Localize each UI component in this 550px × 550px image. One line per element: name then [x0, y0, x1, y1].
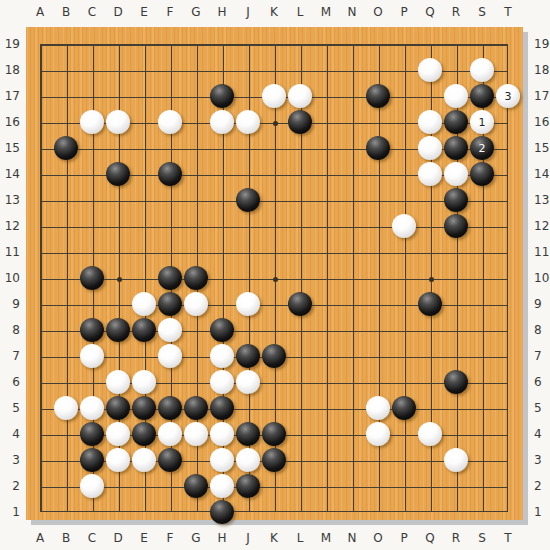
stone-black-R16 — [444, 110, 468, 134]
stone-white-J3 — [236, 448, 260, 472]
row-label-12: 12 — [532, 213, 550, 239]
stone-white-J16 — [236, 110, 260, 134]
stone-black-J13 — [236, 188, 260, 212]
row-label-8: 8 — [0, 317, 24, 343]
row-label-12: 12 — [0, 213, 24, 239]
stone-white-T17: 3 — [496, 84, 520, 108]
move-number-label-3: 3 — [505, 91, 512, 102]
stone-black-F5 — [158, 396, 182, 420]
column-label-J: J — [235, 530, 261, 546]
stone-black-R12 — [444, 214, 468, 238]
column-label-E: E — [131, 530, 157, 546]
stone-white-D16 — [106, 110, 130, 134]
row-label-15: 15 — [0, 135, 24, 161]
column-label-R: R — [443, 530, 469, 546]
row-label-16: 16 — [0, 109, 24, 135]
stone-white-S18 — [470, 58, 494, 82]
stone-black-D14 — [106, 162, 130, 186]
row-label-7: 7 — [0, 343, 24, 369]
row-label-18: 18 — [0, 57, 24, 83]
column-label-N: N — [339, 530, 365, 546]
stone-white-J6 — [236, 370, 260, 394]
column-label-L: L — [287, 530, 313, 546]
stone-white-L17 — [288, 84, 312, 108]
stone-white-Q4 — [418, 422, 442, 446]
stone-white-Q18 — [418, 58, 442, 82]
row-label-9: 9 — [532, 291, 550, 317]
column-label-J: J — [235, 4, 261, 20]
star-point-D10 — [117, 277, 122, 282]
stone-black-S15: 2 — [470, 136, 494, 160]
stone-white-F7 — [158, 344, 182, 368]
row-label-6: 6 — [0, 369, 24, 395]
go-diagram: ABCDEFGHJKLMNOPQRST 19181716151413121110… — [0, 0, 550, 550]
stone-white-J9 — [236, 292, 260, 316]
stone-white-H3 — [210, 448, 234, 472]
column-label-D: D — [105, 530, 131, 546]
stone-white-H16 — [210, 110, 234, 134]
row-label-11: 11 — [0, 239, 24, 265]
stone-white-Q14 — [418, 162, 442, 186]
column-label-B: B — [53, 530, 79, 546]
stone-black-S17 — [470, 84, 494, 108]
stone-black-R15 — [444, 136, 468, 160]
row-label-2: 2 — [532, 473, 550, 499]
move-number-label-2: 2 — [479, 143, 486, 154]
stone-white-D3 — [106, 448, 130, 472]
column-label-S: S — [469, 4, 495, 20]
row-label-3: 3 — [532, 447, 550, 473]
column-label-M: M — [313, 530, 339, 546]
stone-black-Q9 — [418, 292, 442, 316]
stone-white-S16: 1 — [470, 110, 494, 134]
stone-black-G5 — [184, 396, 208, 420]
stone-black-J2 — [236, 474, 260, 498]
stone-white-D4 — [106, 422, 130, 446]
row-label-14: 14 — [532, 161, 550, 187]
row-label-15: 15 — [532, 135, 550, 161]
column-label-G: G — [183, 4, 209, 20]
stone-black-F10 — [158, 266, 182, 290]
stone-white-F4 — [158, 422, 182, 446]
stone-black-C4 — [80, 422, 104, 446]
row-label-16: 16 — [532, 109, 550, 135]
stone-black-L9 — [288, 292, 312, 316]
row-label-18: 18 — [532, 57, 550, 83]
column-label-F: F — [157, 530, 183, 546]
column-label-C: C — [79, 4, 105, 20]
stone-white-O5 — [366, 396, 390, 420]
row-label-17: 17 — [532, 83, 550, 109]
stone-black-D5 — [106, 396, 130, 420]
row-label-5: 5 — [0, 395, 24, 421]
row-label-1: 1 — [532, 499, 550, 525]
stone-black-R6 — [444, 370, 468, 394]
column-label-C: C — [79, 530, 105, 546]
column-label-F: F — [157, 4, 183, 20]
column-label-H: H — [209, 530, 235, 546]
column-label-K: K — [261, 530, 287, 546]
board-grid[interactable]: 312 — [27, 31, 521, 525]
column-label-L: L — [287, 4, 313, 20]
column-label-A: A — [27, 530, 53, 546]
row-label-10: 10 — [532, 265, 550, 291]
row-label-19: 19 — [532, 31, 550, 57]
stone-black-S14 — [470, 162, 494, 186]
stone-black-C3 — [80, 448, 104, 472]
row-label-9: 9 — [0, 291, 24, 317]
column-label-B: B — [53, 4, 79, 20]
stone-white-Q16 — [418, 110, 442, 134]
move-number-label-1: 1 — [479, 117, 486, 128]
row-label-13: 13 — [532, 187, 550, 213]
stone-white-E9 — [132, 292, 156, 316]
stone-white-G9 — [184, 292, 208, 316]
column-label-T: T — [495, 530, 521, 546]
stone-black-O17 — [366, 84, 390, 108]
stone-white-Q15 — [418, 136, 442, 160]
row-label-4: 4 — [532, 421, 550, 447]
star-point-Q10 — [429, 277, 434, 282]
stone-black-H17 — [210, 84, 234, 108]
row-label-19: 19 — [0, 31, 24, 57]
stone-black-E8 — [132, 318, 156, 342]
stone-white-F16 — [158, 110, 182, 134]
stone-black-H1 — [210, 500, 234, 524]
stone-black-F3 — [158, 448, 182, 472]
star-point-K10 — [273, 277, 278, 282]
column-label-G: G — [183, 530, 209, 546]
column-label-T: T — [495, 4, 521, 20]
column-label-O: O — [365, 4, 391, 20]
stone-white-R14 — [444, 162, 468, 186]
column-label-E: E — [131, 4, 157, 20]
stone-black-K7 — [262, 344, 286, 368]
stone-white-H4 — [210, 422, 234, 446]
row-label-5: 5 — [532, 395, 550, 421]
stone-white-C2 — [80, 474, 104, 498]
stone-white-B5 — [54, 396, 78, 420]
stone-black-J7 — [236, 344, 260, 368]
row-label-13: 13 — [0, 187, 24, 213]
stone-black-B15 — [54, 136, 78, 160]
column-labels-bottom: ABCDEFGHJKLMNOPQRST — [27, 530, 521, 546]
stone-black-F9 — [158, 292, 182, 316]
stone-white-H2 — [210, 474, 234, 498]
stone-white-D6 — [106, 370, 130, 394]
stone-black-D8 — [106, 318, 130, 342]
stone-black-E5 — [132, 396, 156, 420]
column-label-M: M — [313, 4, 339, 20]
column-label-P: P — [391, 530, 417, 546]
stone-black-P5 — [392, 396, 416, 420]
row-label-11: 11 — [532, 239, 550, 265]
column-label-Q: Q — [417, 530, 443, 546]
stone-white-K17 — [262, 84, 286, 108]
column-label-A: A — [27, 4, 53, 20]
row-label-8: 8 — [532, 317, 550, 343]
stone-white-P12 — [392, 214, 416, 238]
stone-white-R3 — [444, 448, 468, 472]
stone-black-K3 — [262, 448, 286, 472]
stone-black-O15 — [366, 136, 390, 160]
stone-black-G10 — [184, 266, 208, 290]
stone-white-R17 — [444, 84, 468, 108]
column-label-S: S — [469, 530, 495, 546]
column-label-O: O — [365, 530, 391, 546]
column-labels-top: ABCDEFGHJKLMNOPQRST — [27, 4, 521, 20]
stone-white-C16 — [80, 110, 104, 134]
stone-black-G2 — [184, 474, 208, 498]
row-labels-left: 19181716151413121110987654321 — [0, 31, 24, 525]
star-point-K16 — [273, 121, 278, 126]
column-label-D: D — [105, 4, 131, 20]
column-label-K: K — [261, 4, 287, 20]
stone-black-H5 — [210, 396, 234, 420]
stone-black-R13 — [444, 188, 468, 212]
row-label-7: 7 — [532, 343, 550, 369]
stone-white-E6 — [132, 370, 156, 394]
stone-white-C5 — [80, 396, 104, 420]
column-label-R: R — [443, 4, 469, 20]
stone-black-L16 — [288, 110, 312, 134]
stone-black-E4 — [132, 422, 156, 446]
row-label-17: 17 — [0, 83, 24, 109]
row-label-2: 2 — [0, 473, 24, 499]
row-label-14: 14 — [0, 161, 24, 187]
stone-black-K4 — [262, 422, 286, 446]
row-label-3: 3 — [0, 447, 24, 473]
stone-black-F14 — [158, 162, 182, 186]
stone-white-G4 — [184, 422, 208, 446]
stone-white-H7 — [210, 344, 234, 368]
stone-white-E3 — [132, 448, 156, 472]
column-label-N: N — [339, 4, 365, 20]
stone-black-C10 — [80, 266, 104, 290]
stone-white-F8 — [158, 318, 182, 342]
stone-black-C8 — [80, 318, 104, 342]
column-label-Q: Q — [417, 4, 443, 20]
row-label-6: 6 — [532, 369, 550, 395]
row-label-1: 1 — [0, 499, 24, 525]
stone-white-O4 — [366, 422, 390, 446]
row-labels-right: 19181716151413121110987654321 — [532, 31, 550, 525]
column-label-H: H — [209, 4, 235, 20]
row-label-4: 4 — [0, 421, 24, 447]
stone-black-H8 — [210, 318, 234, 342]
stone-white-C7 — [80, 344, 104, 368]
column-label-P: P — [391, 4, 417, 20]
stone-black-J4 — [236, 422, 260, 446]
row-label-10: 10 — [0, 265, 24, 291]
stone-white-H6 — [210, 370, 234, 394]
